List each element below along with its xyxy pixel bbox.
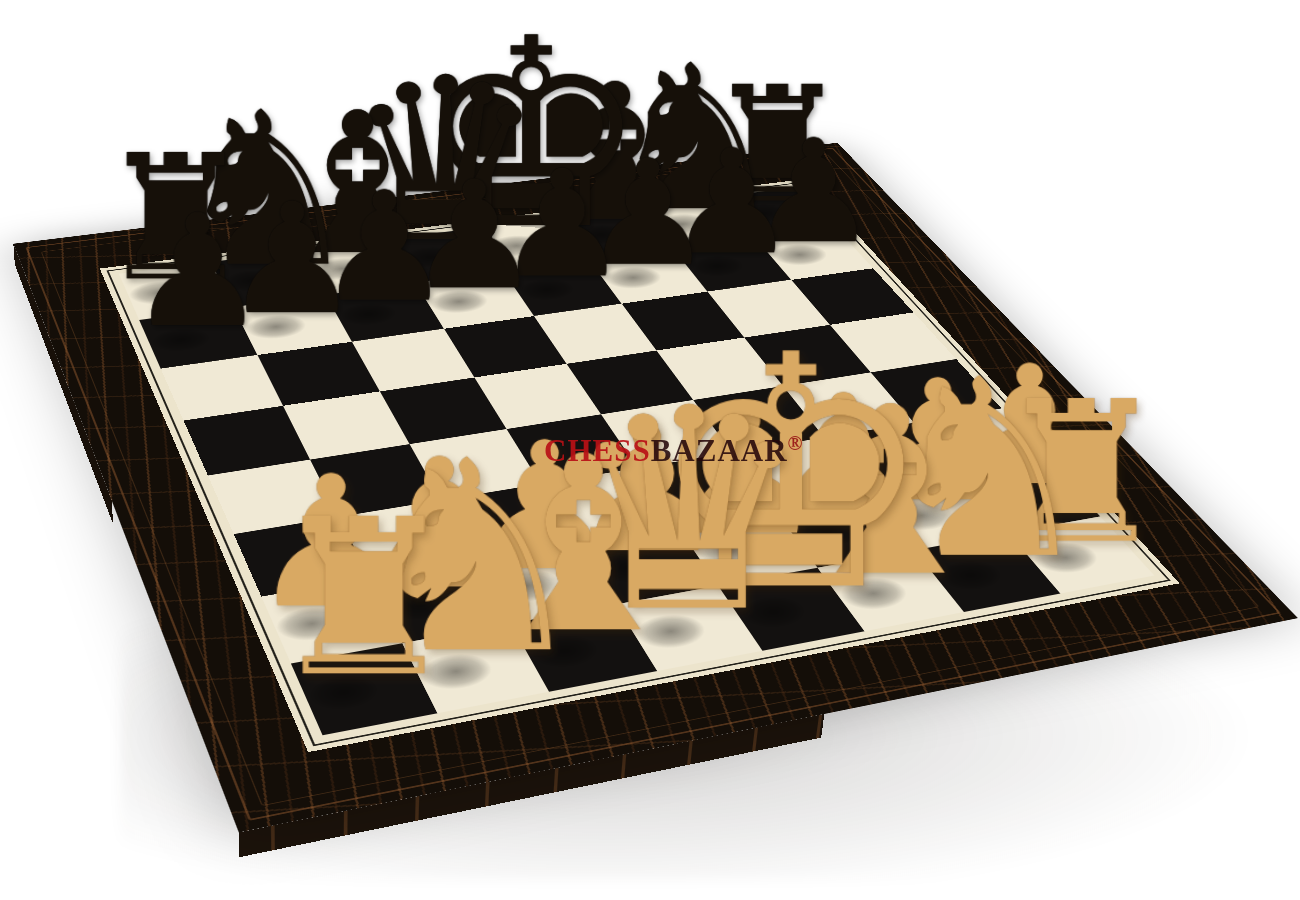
black-pawn-a7: ♟ bbox=[128, 194, 267, 349]
product-photo-scene: ♜♞♝♛♚♝♞♜♟♟♟♟♟♟♟♟♟♟♟♟♟♟♟♟♜♞♝♛♚♝♞♜ CHESSBA… bbox=[0, 0, 1300, 900]
white-rook-a1: ♜ bbox=[267, 489, 461, 705]
square-a7: ♟ bbox=[139, 307, 257, 368]
